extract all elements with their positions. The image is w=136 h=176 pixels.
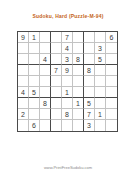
sudoku-cell-r4c1 — [18, 65, 29, 76]
sudoku-cell-r5c7 — [84, 76, 95, 87]
sudoku-cell-r8c9 — [106, 109, 117, 120]
sudoku-cell-r3c2 — [29, 54, 40, 65]
sudoku-cell-r3c1 — [18, 54, 29, 65]
sudoku-cell-r8c6 — [73, 109, 84, 120]
sudoku-cell-r2c5: 4 — [62, 43, 73, 54]
sudoku-cell-r2c9 — [106, 43, 117, 54]
sudoku-cell-r5c9 — [106, 76, 117, 87]
sudoku-cell-r5c3 — [40, 76, 51, 87]
sudoku-cell-r8c4 — [51, 109, 62, 120]
sudoku-cell-r4c2 — [29, 65, 40, 76]
sudoku-cell-r3c5: 3 — [62, 54, 73, 65]
sudoku-cell-r9c9 — [106, 120, 117, 131]
sudoku-cell-r3c6: 8 — [73, 54, 84, 65]
sudoku-cell-r6c6 — [73, 87, 84, 98]
sudoku-cell-r3c7 — [84, 54, 95, 65]
sudoku-cell-r9c7: 3 — [84, 120, 95, 131]
sudoku-cell-r4c9 — [106, 65, 117, 76]
sudoku-cell-r6c1: 4 — [18, 87, 29, 98]
sudoku-cell-r9c6 — [73, 120, 84, 131]
footer-url: www.PrintFreeSudoku.com — [0, 165, 136, 170]
sudoku-cell-r1c8 — [95, 32, 106, 43]
sudoku-cell-r9c2: 6 — [29, 120, 40, 131]
sudoku-cell-r8c8: 1 — [95, 109, 106, 120]
sudoku-cell-r8c3 — [40, 109, 51, 120]
sudoku-cell-r9c1 — [18, 120, 29, 131]
sudoku-cell-r5c2 — [29, 76, 40, 87]
sudoku-cell-r7c6: 1 — [73, 98, 84, 109]
sudoku-cell-r5c5 — [62, 76, 73, 87]
sudoku-page: Sudoku, Hard (Puzzle-M-94) 9176434385798… — [0, 0, 136, 176]
sudoku-board: 9176434385798451815287163 — [17, 31, 118, 132]
sudoku-cell-r1c9: 6 — [106, 32, 117, 43]
sudoku-cell-r3c4 — [51, 54, 62, 65]
sudoku-cell-r2c7 — [84, 43, 95, 54]
sudoku-cell-r8c5: 8 — [62, 109, 73, 120]
sudoku-cell-r2c6 — [73, 43, 84, 54]
sudoku-cell-r7c7: 5 — [84, 98, 95, 109]
sudoku-cell-r4c5: 9 — [62, 65, 73, 76]
sudoku-cell-r9c4 — [51, 120, 62, 131]
sudoku-cell-r1c2: 1 — [29, 32, 40, 43]
sudoku-cell-r6c5: 1 — [62, 87, 73, 98]
sudoku-cell-r3c3: 4 — [40, 54, 51, 65]
sudoku-cell-r1c7 — [84, 32, 95, 43]
sudoku-cell-r4c8 — [95, 65, 106, 76]
sudoku-cell-r7c8 — [95, 98, 106, 109]
sudoku-cell-r5c1 — [18, 76, 29, 87]
sudoku-cell-r2c1 — [18, 43, 29, 54]
sudoku-cell-r3c9 — [106, 54, 117, 65]
sudoku-cell-r4c7: 8 — [84, 65, 95, 76]
sudoku-cell-r4c6 — [73, 65, 84, 76]
sudoku-cell-r1c6 — [73, 32, 84, 43]
sudoku-cell-r6c7 — [84, 87, 95, 98]
sudoku-cell-r1c4 — [51, 32, 62, 43]
sudoku-cell-r9c3 — [40, 120, 51, 131]
sudoku-cell-r9c8 — [95, 120, 106, 131]
sudoku-cell-r1c3 — [40, 32, 51, 43]
sudoku-cell-r1c5: 7 — [62, 32, 73, 43]
sudoku-cell-r9c5 — [62, 120, 73, 131]
sudoku-cell-r7c3: 8 — [40, 98, 51, 109]
sudoku-cell-r8c2 — [29, 109, 40, 120]
sudoku-cell-r7c5 — [62, 98, 73, 109]
sudoku-cell-r2c2 — [29, 43, 40, 54]
sudoku-cell-r2c8: 3 — [95, 43, 106, 54]
sudoku-cell-r8c1: 2 — [18, 109, 29, 120]
sudoku-cell-r6c4 — [51, 87, 62, 98]
sudoku-cell-r5c4 — [51, 76, 62, 87]
sudoku-cell-r6c9 — [106, 87, 117, 98]
sudoku-cell-r2c3 — [40, 43, 51, 54]
sudoku-cell-r1c1: 9 — [18, 32, 29, 43]
sudoku-cell-r5c8 — [95, 76, 106, 87]
sudoku-cell-r6c2: 5 — [29, 87, 40, 98]
sudoku-cell-r2c4 — [51, 43, 62, 54]
sudoku-cell-r4c4: 7 — [51, 65, 62, 76]
sudoku-cell-r5c6 — [73, 76, 84, 87]
sudoku-cell-r3c8: 5 — [95, 54, 106, 65]
sudoku-cell-r7c4 — [51, 98, 62, 109]
sudoku-cell-r7c1 — [18, 98, 29, 109]
sudoku-cell-r6c3 — [40, 87, 51, 98]
sudoku-cell-r6c8 — [95, 87, 106, 98]
sudoku-cell-r4c3 — [40, 65, 51, 76]
sudoku-cell-r7c2 — [29, 98, 40, 109]
puzzle-title: Sudoku, Hard (Puzzle-M-94) — [0, 13, 136, 19]
sudoku-cell-r7c9 — [106, 98, 117, 109]
sudoku-cell-r8c7: 7 — [84, 109, 95, 120]
